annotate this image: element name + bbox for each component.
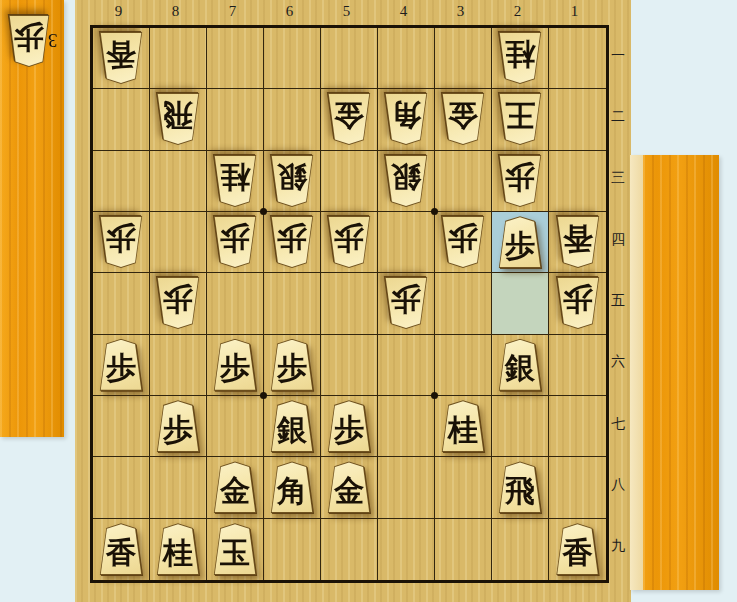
square-1e[interactable]: 歩 xyxy=(549,273,606,334)
square-7i[interactable]: 玉 xyxy=(207,519,264,580)
piece-face: 銀 xyxy=(270,401,314,451)
piece-face: 飛 xyxy=(498,462,542,512)
square-9b[interactable] xyxy=(93,89,150,150)
square-2c[interactable]: 歩 xyxy=(492,151,549,212)
piece-face: 歩 xyxy=(441,217,485,267)
piece-kanji: 王 xyxy=(505,101,535,131)
square-6e[interactable] xyxy=(264,273,321,334)
piece-face: 香 xyxy=(99,33,143,83)
file-label-2: 2 xyxy=(489,3,546,23)
square-8h[interactable] xyxy=(150,457,207,518)
square-5b[interactable]: 金 xyxy=(321,89,378,150)
piece-face: 金 xyxy=(441,94,485,144)
file-labels: 987654321 xyxy=(90,3,603,23)
hoshi-dot xyxy=(260,392,267,399)
square-8i[interactable]: 桂 xyxy=(150,519,207,580)
file-label-6: 6 xyxy=(261,3,318,23)
square-2f[interactable]: 銀 xyxy=(492,335,549,396)
piece-face: 香 xyxy=(99,524,143,574)
piece-gote-歩-9d[interactable]: 歩 xyxy=(98,216,144,268)
square-9i[interactable]: 香 xyxy=(93,519,150,580)
square-1h[interactable] xyxy=(549,457,606,518)
piece-face: 桂 xyxy=(498,33,542,83)
square-2g[interactable] xyxy=(492,396,549,457)
file-label-7: 7 xyxy=(204,3,261,23)
file-label-8: 8 xyxy=(147,3,204,23)
square-8c[interactable] xyxy=(150,151,207,212)
piece-gote-歩-1e[interactable]: 歩 xyxy=(555,277,601,329)
piece-kanji: 香 xyxy=(563,538,593,568)
piece-gote-歩-6d[interactable]: 歩 xyxy=(269,216,315,268)
piece-sente-香-1i[interactable]: 香 xyxy=(555,523,601,575)
square-6c[interactable]: 銀 xyxy=(264,151,321,212)
piece-kanji: 銀 xyxy=(505,353,535,383)
square-8f[interactable] xyxy=(150,335,207,396)
piece-gote-歩-4e[interactable]: 歩 xyxy=(383,277,429,329)
sente-piece-stand xyxy=(630,155,719,590)
square-1d[interactable]: 香 xyxy=(549,212,606,273)
piece-gote-角-4b[interactable]: 角 xyxy=(383,93,429,145)
piece-kanji: 香 xyxy=(106,538,136,568)
piece-kanji: 香 xyxy=(106,40,136,70)
shogi-app: 987654321 一二三四五六七八九 香桂飛金角金王桂銀銀歩歩歩歩歩歩歩香歩歩… xyxy=(0,0,737,602)
square-7b[interactable] xyxy=(207,89,264,150)
piece-kanji: 歩 xyxy=(220,224,250,254)
square-3i[interactable] xyxy=(435,519,492,580)
piece-kanji: 玉 xyxy=(220,538,250,568)
square-1a[interactable] xyxy=(549,28,606,89)
piece-face: 歩 xyxy=(156,401,200,451)
square-3d[interactable]: 歩 xyxy=(435,212,492,273)
piece-kanji: 歩 xyxy=(277,353,307,383)
square-2a[interactable]: 桂 xyxy=(492,28,549,89)
piece-face: 角 xyxy=(270,462,314,512)
piece-gote-歩-8e[interactable]: 歩 xyxy=(155,277,201,329)
piece-kanji: 角 xyxy=(277,476,307,506)
square-5a[interactable] xyxy=(321,28,378,89)
piece-sente-歩-7f[interactable]: 歩 xyxy=(212,339,258,391)
square-2d[interactable]: 歩 xyxy=(492,212,549,273)
file-label-5: 5 xyxy=(318,3,375,23)
board-grid: 香桂飛金角金王桂銀銀歩歩歩歩歩歩歩香歩歩歩歩歩歩銀歩銀歩桂金角金飛香桂玉香 xyxy=(90,25,609,583)
piece-gote-王-2b[interactable]: 王 xyxy=(497,93,543,145)
square-4e[interactable]: 歩 xyxy=(378,273,435,334)
piece-gote-金-5b[interactable]: 金 xyxy=(326,93,372,145)
square-3f[interactable] xyxy=(435,335,492,396)
piece-face: 歩 xyxy=(327,217,371,267)
piece-kanji: 歩 xyxy=(106,353,136,383)
square-9e[interactable] xyxy=(93,273,150,334)
square-7e[interactable] xyxy=(207,273,264,334)
piece-kanji: 歩 xyxy=(391,285,421,315)
piece-face: 銀 xyxy=(384,156,428,206)
square-2b[interactable]: 王 xyxy=(492,89,549,150)
piece-kanji: 歩 xyxy=(163,415,193,445)
piece-sente-歩-6f[interactable]: 歩 xyxy=(269,339,315,391)
square-1f[interactable] xyxy=(549,335,606,396)
piece-face: 金 xyxy=(327,94,371,144)
piece-face: 桂 xyxy=(213,156,257,206)
square-3g[interactable]: 桂 xyxy=(435,396,492,457)
square-1b[interactable] xyxy=(549,89,606,150)
piece-face: 歩 xyxy=(270,340,314,390)
piece-kanji: 桂 xyxy=(448,415,478,445)
file-label-1: 1 xyxy=(546,3,603,23)
piece-face: 金 xyxy=(327,462,371,512)
square-4b[interactable]: 角 xyxy=(378,89,435,150)
piece-gote-歩-7d[interactable]: 歩 xyxy=(212,216,258,268)
piece-face: 金 xyxy=(213,462,257,512)
square-5g[interactable]: 歩 xyxy=(321,396,378,457)
piece-face: 銀 xyxy=(498,340,542,390)
wood-grain xyxy=(643,155,719,590)
piece-gote-金-3b[interactable]: 金 xyxy=(440,93,486,145)
piece-kanji: 桂 xyxy=(505,40,535,70)
square-4a[interactable] xyxy=(378,28,435,89)
piece-sente-桂-8i[interactable]: 桂 xyxy=(155,523,201,575)
piece-face: 歩 xyxy=(270,217,314,267)
piece-face: 歩 xyxy=(99,340,143,390)
piece-sente-歩-5g[interactable]: 歩 xyxy=(326,400,372,452)
square-3a[interactable] xyxy=(435,28,492,89)
piece-kanji: 金 xyxy=(334,101,364,131)
piece-kanji: 歩 xyxy=(14,23,44,53)
square-4g[interactable] xyxy=(378,396,435,457)
piece-sente-金-7h[interactable]: 金 xyxy=(212,461,258,513)
square-7g[interactable] xyxy=(207,396,264,457)
square-6f[interactable]: 歩 xyxy=(264,335,321,396)
square-9f[interactable]: 歩 xyxy=(93,335,150,396)
piece-face: 桂 xyxy=(156,524,200,574)
square-9g[interactable] xyxy=(93,396,150,457)
piece-face: 歩 xyxy=(327,401,371,451)
piece-kanji: 歩 xyxy=(505,231,535,261)
piece-kanji: 金 xyxy=(220,476,250,506)
hoshi-dot xyxy=(431,392,438,399)
piece-kanji: 歩 xyxy=(505,162,535,192)
piece-face: 飛 xyxy=(156,94,200,144)
square-3e[interactable] xyxy=(435,273,492,334)
piece-sente-桂-3g[interactable]: 桂 xyxy=(440,400,486,452)
file-label-9: 9 xyxy=(90,3,147,23)
square-5e[interactable] xyxy=(321,273,378,334)
piece-sente-飛-2h[interactable]: 飛 xyxy=(497,461,543,513)
piece-face: 歩 xyxy=(213,217,257,267)
piece-face: 香 xyxy=(556,524,600,574)
piece-kanji: 飛 xyxy=(505,476,535,506)
piece-kanji: 桂 xyxy=(163,538,193,568)
file-label-4: 4 xyxy=(375,3,432,23)
piece-kanji: 歩 xyxy=(277,224,307,254)
piece-sente-香-9i[interactable]: 香 xyxy=(98,523,144,575)
piece-gote-桂-7c[interactable]: 桂 xyxy=(212,155,258,207)
square-5f[interactable] xyxy=(321,335,378,396)
piece-kanji: 飛 xyxy=(163,101,193,131)
piece-kanji: 角 xyxy=(391,101,421,131)
square-5c[interactable] xyxy=(321,151,378,212)
piece-kanji: 桂 xyxy=(220,162,250,192)
piece-kanji: 歩 xyxy=(334,415,364,445)
piece-sente-歩-8g[interactable]: 歩 xyxy=(155,400,201,452)
square-8e[interactable]: 歩 xyxy=(150,273,207,334)
piece-gote-銀-4c[interactable]: 銀 xyxy=(383,155,429,207)
square-4i[interactable] xyxy=(378,519,435,580)
piece-sente-角-6h[interactable]: 角 xyxy=(269,461,315,513)
square-6g[interactable]: 銀 xyxy=(264,396,321,457)
piece-gote-歩-5d[interactable]: 歩 xyxy=(326,216,372,268)
piece-kanji: 金 xyxy=(448,101,478,131)
square-1g[interactable] xyxy=(549,396,606,457)
piece-kanji: 香 xyxy=(563,224,593,254)
piece-face: 歩 xyxy=(99,217,143,267)
piece-face: 歩 xyxy=(156,278,200,328)
piece-kanji: 歩 xyxy=(334,224,364,254)
piece-kanji: 銀 xyxy=(277,162,307,192)
piece-face: 歩 xyxy=(498,217,542,267)
square-3c[interactable] xyxy=(435,151,492,212)
square-6a[interactable] xyxy=(264,28,321,89)
square-2i[interactable] xyxy=(492,519,549,580)
square-7c[interactable]: 桂 xyxy=(207,151,264,212)
piece-sente-歩-9f[interactable]: 歩 xyxy=(98,339,144,391)
piece-face: 歩 xyxy=(213,340,257,390)
square-7h[interactable]: 金 xyxy=(207,457,264,518)
square-4d[interactable] xyxy=(378,212,435,273)
piece-kanji: 歩 xyxy=(448,224,478,254)
piece-gote-飛-8b[interactable]: 飛 xyxy=(155,93,201,145)
square-7f[interactable]: 歩 xyxy=(207,335,264,396)
piece-face: 歩 xyxy=(384,278,428,328)
gote-hand-tray: 歩 3 xyxy=(0,0,64,90)
piece-face: 銀 xyxy=(270,156,314,206)
square-1i[interactable]: 香 xyxy=(549,519,606,580)
piece-kanji: 金 xyxy=(334,476,364,506)
square-5i[interactable] xyxy=(321,519,378,580)
piece-sente-歩-2d[interactable]: 歩 xyxy=(497,216,543,268)
square-8d[interactable] xyxy=(150,212,207,273)
piece-face: 王 xyxy=(498,94,542,144)
piece-gote-歩-3d[interactable]: 歩 xyxy=(440,216,486,268)
piece-sente-銀-6g[interactable]: 銀 xyxy=(269,400,315,452)
square-8a[interactable] xyxy=(150,28,207,89)
square-5h[interactable]: 金 xyxy=(321,457,378,518)
square-2e[interactable] xyxy=(492,273,549,334)
piece-face: 角 xyxy=(384,94,428,144)
piece-gote-桂-2a[interactable]: 桂 xyxy=(497,32,543,84)
square-7d[interactable]: 歩 xyxy=(207,212,264,273)
square-4f[interactable] xyxy=(378,335,435,396)
piece-gote-香-1d[interactable]: 香 xyxy=(555,216,601,268)
hoshi-dot xyxy=(431,208,438,215)
square-1c[interactable] xyxy=(549,151,606,212)
piece-face: 歩 xyxy=(8,16,50,66)
square-3b[interactable]: 金 xyxy=(435,89,492,150)
piece-kanji: 歩 xyxy=(563,285,593,315)
piece-kanji: 歩 xyxy=(106,224,136,254)
hand-piece-gote-pawn[interactable]: 歩 xyxy=(7,15,51,67)
hoshi-dot xyxy=(260,208,267,215)
piece-face: 玉 xyxy=(213,524,257,574)
square-9c[interactable] xyxy=(93,151,150,212)
square-6i[interactable] xyxy=(264,519,321,580)
square-8g[interactable]: 歩 xyxy=(150,396,207,457)
piece-face: 歩 xyxy=(498,156,542,206)
piece-sente-金-5h[interactable]: 金 xyxy=(326,461,372,513)
piece-face: 桂 xyxy=(441,401,485,451)
piece-sente-銀-2f[interactable]: 銀 xyxy=(497,339,543,391)
square-4h[interactable] xyxy=(378,457,435,518)
square-6h[interactable]: 角 xyxy=(264,457,321,518)
piece-gote-香-9a[interactable]: 香 xyxy=(98,32,144,84)
square-9h[interactable] xyxy=(93,457,150,518)
square-7a[interactable] xyxy=(207,28,264,89)
piece-sente-玉-7i[interactable]: 玉 xyxy=(212,523,258,575)
piece-kanji: 銀 xyxy=(391,162,421,192)
square-6b[interactable] xyxy=(264,89,321,150)
square-2h[interactable]: 飛 xyxy=(492,457,549,518)
square-4c[interactable]: 銀 xyxy=(378,151,435,212)
square-9d[interactable]: 歩 xyxy=(93,212,150,273)
piece-kanji: 歩 xyxy=(163,285,193,315)
square-3h[interactable] xyxy=(435,457,492,518)
file-label-3: 3 xyxy=(432,3,489,23)
piece-gote-銀-6c[interactable]: 銀 xyxy=(269,155,315,207)
square-9a[interactable]: 香 xyxy=(93,28,150,89)
square-8b[interactable]: 飛 xyxy=(150,89,207,150)
square-6d[interactable]: 歩 xyxy=(264,212,321,273)
piece-kanji: 歩 xyxy=(220,353,250,383)
piece-gote-歩-2c[interactable]: 歩 xyxy=(497,155,543,207)
piece-kanji: 銀 xyxy=(277,415,307,445)
square-5d[interactable]: 歩 xyxy=(321,212,378,273)
